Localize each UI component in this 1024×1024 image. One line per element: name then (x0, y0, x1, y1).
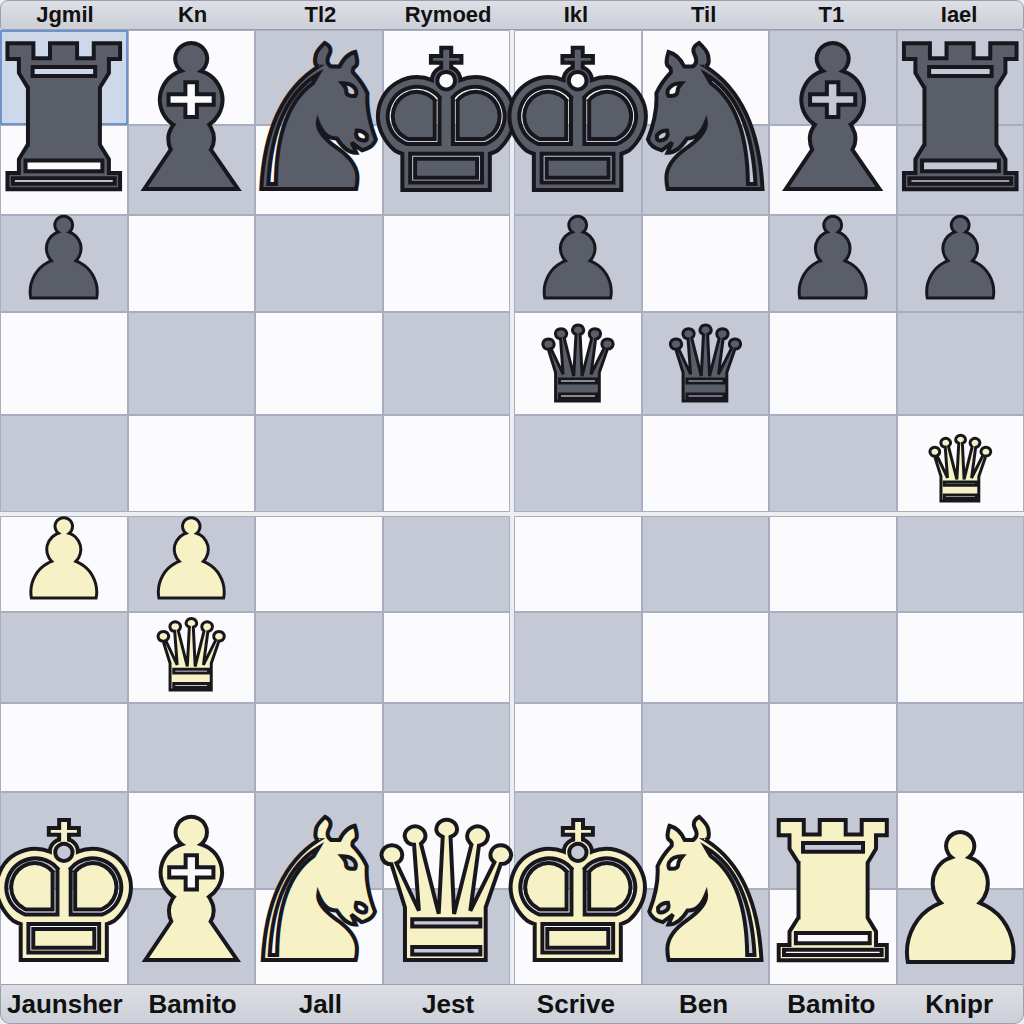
square-BL-r1-c3[interactable] (255, 516, 383, 612)
square-BR-r1-c4[interactable] (897, 516, 1024, 612)
dark-queen-piece[interactable]: ♛ (642, 312, 770, 423)
square-TR-r5-c1[interactable] (514, 415, 642, 512)
board-quadrant-bottom-left: ♟♟♛♚♝♞♛ (0, 516, 510, 985)
light-queen-glyph: ♛ (920, 427, 1001, 513)
dark-rook-glyph: ♜ (871, 25, 1024, 215)
board-container: Jgmil Kn Tl2 Rymoed Ikl Til T1 Iael ♜♝♞♚… (0, 0, 1024, 1024)
bottom-label-7: Bamito (768, 985, 896, 1023)
square-TL-r4-c1[interactable] (0, 312, 128, 415)
dark-queen-piece[interactable]: ♛ (514, 312, 642, 423)
dark-pawn-piece[interactable]: ♟ (0, 215, 128, 320)
square-BR-r1-c1[interactable] (514, 516, 642, 612)
square-BL-r1-c4[interactable] (383, 516, 511, 612)
square-BR-r1-c3[interactable] (769, 516, 897, 612)
dark-pawn-glyph: ♟ (910, 206, 1010, 312)
square-BR-r2-c3[interactable] (769, 612, 897, 703)
bottom-label-1: Jaunsher (1, 985, 129, 1023)
dark-rook-piece[interactable]: ♜ (897, 30, 1024, 219)
light-pawn-glyph: ♟ (880, 816, 1024, 985)
light-queen-glyph: ♛ (147, 610, 235, 703)
board-quadrant-top-right: ♚♞♝♜♟♟♟♛♛♛ (514, 30, 1024, 512)
dark-queen-glyph: ♛ (659, 316, 752, 415)
bottom-label-6: Ben (640, 985, 768, 1023)
dark-pawn-glyph: ♟ (14, 206, 114, 312)
light-pawn-piece[interactable]: ♟ (0, 516, 128, 620)
bottom-label-8: Knipr (895, 985, 1023, 1023)
square-BR-r3-c4[interactable] (897, 703, 1024, 792)
square-TL-r4-c2[interactable] (128, 312, 256, 415)
light-queen-piece[interactable]: ♛ (897, 415, 1024, 520)
square-TR-r4-c3[interactable] (769, 312, 897, 415)
top-label-5: Ikl (512, 1, 640, 29)
bottom-label-3: Jall (257, 985, 385, 1023)
square-BL-r2-c1[interactable] (0, 612, 128, 703)
light-pawn-glyph: ♟ (14, 508, 113, 613)
board-quadrant-bottom-right: ♚♞♜♟ (514, 516, 1024, 985)
top-label-4: Rymoed (384, 1, 512, 29)
dark-pawn-glyph: ♟ (783, 206, 883, 312)
top-label-bar: Jgmil Kn Tl2 Rymoed Ikl Til T1 Iael (0, 0, 1024, 30)
dark-pawn-piece[interactable]: ♟ (769, 215, 897, 320)
top-label-6: Til (640, 1, 768, 29)
square-TL-r5-c4[interactable] (383, 415, 511, 512)
square-TR-r4-c4[interactable] (897, 312, 1024, 415)
light-pawn-glyph: ♟ (142, 508, 241, 613)
square-TL-r4-c3[interactable] (255, 312, 383, 415)
bottom-label-5: Scrive (512, 985, 640, 1023)
board-quadrant-top-left: ♜♝♞♚♟ (0, 30, 510, 512)
dark-pawn-piece[interactable]: ♟ (897, 215, 1024, 320)
top-label-7: T1 (768, 1, 896, 29)
square-BR-r2-c1[interactable] (514, 612, 642, 703)
top-label-2: Kn (129, 1, 257, 29)
square-TL-r5-c3[interactable] (255, 415, 383, 512)
dark-pawn-glyph: ♟ (528, 206, 628, 312)
square-BL-r2-c3[interactable] (255, 612, 383, 703)
square-BR-r1-c2[interactable] (642, 516, 770, 612)
dark-queen-glyph: ♛ (531, 316, 624, 415)
bottom-label-4: Jest (384, 985, 512, 1023)
square-BL-r2-c4[interactable] (383, 612, 511, 703)
square-TR-r5-c2[interactable] (642, 415, 770, 512)
square-BR-r2-c4[interactable] (897, 612, 1024, 703)
light-queen-piece[interactable]: ♛ (128, 612, 256, 711)
bottom-label-2: Bamito (129, 985, 257, 1023)
bottom-label-bar: Jaunsher Bamito Jall Jest Scrive Ben Bam… (0, 984, 1024, 1024)
square-BR-r2-c2[interactable] (642, 612, 770, 703)
top-label-1: Jgmil (1, 1, 129, 29)
light-rook-piece[interactable]: ♜ (769, 792, 897, 989)
square-TL-r4-c4[interactable] (383, 312, 511, 415)
square-TR-r5-c3[interactable] (769, 415, 897, 512)
light-pawn-piece[interactable]: ♟ (897, 792, 1024, 989)
top-label-8: Iael (895, 1, 1023, 29)
top-label-3: Tl2 (257, 1, 385, 29)
